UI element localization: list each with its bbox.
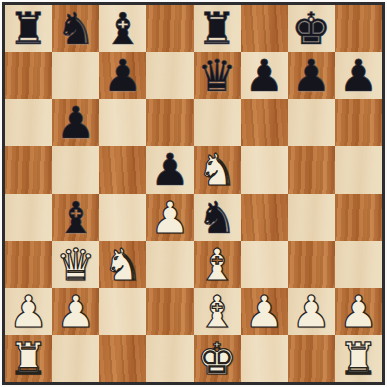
square-a6[interactable] <box>5 99 52 146</box>
piece-white-knight-c3[interactable]: ♞ <box>99 241 146 288</box>
square-b2[interactable]: ♟ <box>52 288 99 335</box>
piece-black-bishop-c8[interactable]: ♝ <box>99 5 146 52</box>
piece-white-pawn-b2[interactable]: ♟ <box>52 288 99 335</box>
square-f5[interactable] <box>241 146 288 193</box>
square-f8[interactable] <box>241 5 288 52</box>
square-d4[interactable]: ♟ <box>146 194 193 241</box>
square-f2[interactable]: ♟ <box>241 288 288 335</box>
square-e3[interactable]: ♝ <box>194 241 241 288</box>
square-a2[interactable]: ♟ <box>5 288 52 335</box>
piece-white-queen-b3[interactable]: ♛ <box>52 241 99 288</box>
board-frame: ♜♞♝♜♚♟♛♟♟♟♟♟♞♝♟♞♛♞♝♟♟♝♟♟♟♜♚♜ <box>0 0 387 387</box>
square-c1[interactable] <box>99 335 146 382</box>
square-h4[interactable] <box>335 194 382 241</box>
square-e8[interactable]: ♜ <box>194 5 241 52</box>
square-e6[interactable] <box>194 99 241 146</box>
square-a5[interactable] <box>5 146 52 193</box>
square-b8[interactable]: ♞ <box>52 5 99 52</box>
square-e4[interactable]: ♞ <box>194 194 241 241</box>
piece-black-queen-e7[interactable]: ♛ <box>194 52 241 99</box>
piece-black-bishop-b4[interactable]: ♝ <box>52 194 99 241</box>
piece-white-pawn-f2[interactable]: ♟ <box>241 288 288 335</box>
square-d8[interactable] <box>146 5 193 52</box>
square-g1[interactable] <box>288 335 335 382</box>
piece-black-rook-e8[interactable]: ♜ <box>194 5 241 52</box>
square-g7[interactable]: ♟ <box>288 52 335 99</box>
square-h8[interactable] <box>335 5 382 52</box>
square-g2[interactable]: ♟ <box>288 288 335 335</box>
piece-black-king-g8[interactable]: ♚ <box>288 5 335 52</box>
square-b6[interactable]: ♟ <box>52 99 99 146</box>
square-f1[interactable] <box>241 335 288 382</box>
piece-black-rook-a8[interactable]: ♜ <box>5 5 52 52</box>
square-c2[interactable] <box>99 288 146 335</box>
piece-black-pawn-c7[interactable]: ♟ <box>99 52 146 99</box>
square-d3[interactable] <box>146 241 193 288</box>
square-g3[interactable] <box>288 241 335 288</box>
square-c8[interactable]: ♝ <box>99 5 146 52</box>
piece-black-pawn-g7[interactable]: ♟ <box>288 52 335 99</box>
square-h3[interactable] <box>335 241 382 288</box>
square-a3[interactable] <box>5 241 52 288</box>
square-h5[interactable] <box>335 146 382 193</box>
square-a4[interactable] <box>5 194 52 241</box>
square-g6[interactable] <box>288 99 335 146</box>
piece-white-bishop-e2[interactable]: ♝ <box>194 288 241 335</box>
square-d1[interactable] <box>146 335 193 382</box>
square-h7[interactable]: ♟ <box>335 52 382 99</box>
piece-white-pawn-g2[interactable]: ♟ <box>288 288 335 335</box>
square-b5[interactable] <box>52 146 99 193</box>
square-a7[interactable] <box>5 52 52 99</box>
chess-board: ♜♞♝♜♚♟♛♟♟♟♟♟♞♝♟♞♛♞♝♟♟♝♟♟♟♜♚♜ <box>2 2 385 385</box>
square-f4[interactable] <box>241 194 288 241</box>
square-f7[interactable]: ♟ <box>241 52 288 99</box>
piece-black-knight-b8[interactable]: ♞ <box>52 5 99 52</box>
square-d5[interactable]: ♟ <box>146 146 193 193</box>
square-d7[interactable] <box>146 52 193 99</box>
piece-white-pawn-d4[interactable]: ♟ <box>146 194 193 241</box>
square-c7[interactable]: ♟ <box>99 52 146 99</box>
square-g5[interactable] <box>288 146 335 193</box>
square-a8[interactable]: ♜ <box>5 5 52 52</box>
square-b1[interactable] <box>52 335 99 382</box>
piece-black-pawn-d5[interactable]: ♟ <box>146 146 193 193</box>
square-e5[interactable]: ♞ <box>194 146 241 193</box>
piece-white-rook-a1[interactable]: ♜ <box>5 335 52 382</box>
piece-white-rook-h1[interactable]: ♜ <box>335 335 382 382</box>
piece-black-pawn-h7[interactable]: ♟ <box>335 52 382 99</box>
square-e2[interactable]: ♝ <box>194 288 241 335</box>
square-f6[interactable] <box>241 99 288 146</box>
square-c5[interactable] <box>99 146 146 193</box>
piece-black-pawn-f7[interactable]: ♟ <box>241 52 288 99</box>
square-d2[interactable] <box>146 288 193 335</box>
square-c3[interactable]: ♞ <box>99 241 146 288</box>
square-g4[interactable] <box>288 194 335 241</box>
piece-white-bishop-e3[interactable]: ♝ <box>194 241 241 288</box>
piece-black-pawn-b6[interactable]: ♟ <box>52 99 99 146</box>
square-b7[interactable] <box>52 52 99 99</box>
square-c6[interactable] <box>99 99 146 146</box>
piece-black-knight-e4[interactable]: ♞ <box>194 194 241 241</box>
piece-white-pawn-a2[interactable]: ♟ <box>5 288 52 335</box>
square-h6[interactable] <box>335 99 382 146</box>
square-e7[interactable]: ♛ <box>194 52 241 99</box>
piece-white-pawn-h2[interactable]: ♟ <box>335 288 382 335</box>
square-b3[interactable]: ♛ <box>52 241 99 288</box>
piece-white-knight-e5[interactable]: ♞ <box>194 146 241 193</box>
square-b4[interactable]: ♝ <box>52 194 99 241</box>
square-d6[interactable] <box>146 99 193 146</box>
square-g8[interactable]: ♚ <box>288 5 335 52</box>
square-a1[interactable]: ♜ <box>5 335 52 382</box>
square-e1[interactable]: ♚ <box>194 335 241 382</box>
piece-white-king-e1[interactable]: ♚ <box>194 335 241 382</box>
square-h2[interactable]: ♟ <box>335 288 382 335</box>
square-c4[interactable] <box>99 194 146 241</box>
square-h1[interactable]: ♜ <box>335 335 382 382</box>
square-f3[interactable] <box>241 241 288 288</box>
